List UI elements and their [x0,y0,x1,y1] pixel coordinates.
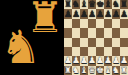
square-h4[interactable] [120,38,128,47]
square-a2[interactable]: ♟ [64,56,72,65]
square-g8[interactable]: ♞ [112,0,120,9]
square-h5[interactable] [120,28,128,37]
square-b1[interactable]: ♞ [72,66,80,75]
square-c8[interactable]: ♝ [80,0,88,9]
square-a3[interactable] [64,47,72,56]
square-d4[interactable] [88,38,96,47]
square-a6[interactable] [64,19,72,28]
square-d2[interactable]: ♟ [88,56,96,65]
piece-black-knight: ♞ [112,0,120,9]
square-e6[interactable] [96,19,104,28]
piece-black-pawn: ♟ [104,10,112,19]
square-f2[interactable]: ♟ [104,56,112,65]
square-g1[interactable]: ♞ [112,66,120,75]
piece-white-rook: ♜ [120,66,128,75]
square-f4[interactable] [104,38,112,47]
square-c1[interactable]: ♝ [80,66,88,75]
square-b8[interactable]: ♞ [72,0,80,9]
piece-white-knight: ♞ [112,66,120,75]
square-d7[interactable]: ♟ [88,9,96,18]
piece-white-pawn: ♟ [88,56,96,65]
square-e2[interactable]: ♟ [96,56,104,65]
square-a8[interactable]: ♜ [64,0,72,9]
piece-white-queen: ♛ [88,66,96,75]
square-e5[interactable] [96,28,104,37]
piece-black-pawn: ♟ [72,10,80,19]
piece-black-pawn: ♟ [112,10,120,19]
logo-knight-icon: ♞ [0,24,41,70]
piece-white-rook: ♜ [64,66,72,75]
piece-white-pawn: ♟ [64,56,72,65]
piece-black-pawn: ♟ [96,10,104,19]
piece-white-pawn: ♟ [80,56,88,65]
piece-white-bishop: ♝ [104,66,112,75]
piece-white-pawn: ♟ [96,56,104,65]
square-f3[interactable] [104,47,112,56]
piece-white-bishop: ♝ [80,66,88,75]
square-g2[interactable]: ♟ [112,56,120,65]
square-e4[interactable] [96,38,104,47]
piece-black-pawn: ♟ [80,10,88,19]
piece-white-knight: ♞ [72,66,80,75]
piece-white-pawn: ♟ [104,56,112,65]
square-f1[interactable]: ♝ [104,66,112,75]
app-banner: ♜ ♞ ♜♞♝♛♚♝♞♜♟♟♟♟♟♟♟♟♟♟♟♟♟♟♟♟♜♞♝♛♚♝♞♜ [0,0,128,75]
square-c2[interactable]: ♟ [80,56,88,65]
square-h2[interactable]: ♟ [120,56,128,65]
square-c4[interactable] [80,38,88,47]
square-b2[interactable]: ♟ [72,56,80,65]
square-c7[interactable]: ♟ [80,9,88,18]
square-a5[interactable] [64,28,72,37]
piece-black-pawn: ♟ [88,10,96,19]
square-h3[interactable] [120,47,128,56]
piece-black-rook: ♜ [64,0,72,9]
square-g7[interactable]: ♟ [112,9,120,18]
square-d8[interactable]: ♛ [88,0,96,9]
piece-black-rook: ♜ [120,0,128,9]
square-c5[interactable] [80,28,88,37]
square-d6[interactable] [88,19,96,28]
square-b3[interactable] [72,47,80,56]
square-b7[interactable]: ♟ [72,9,80,18]
square-c6[interactable] [80,19,88,28]
piece-black-pawn: ♟ [120,10,128,19]
square-h7[interactable]: ♟ [120,9,128,18]
piece-black-bishop: ♝ [104,0,112,9]
square-h8[interactable]: ♜ [120,0,128,9]
square-d3[interactable] [88,47,96,56]
square-d1[interactable]: ♛ [88,66,96,75]
square-d5[interactable] [88,28,96,37]
square-f8[interactable]: ♝ [104,0,112,9]
square-a1[interactable]: ♜ [64,66,72,75]
logo-panel: ♜ ♞ [0,0,64,75]
square-f6[interactable] [104,19,112,28]
square-f5[interactable] [104,28,112,37]
square-a7[interactable]: ♟ [64,9,72,18]
square-e7[interactable]: ♟ [96,9,104,18]
square-b5[interactable] [72,28,80,37]
chess-board[interactable]: ♜♞♝♛♚♝♞♜♟♟♟♟♟♟♟♟♟♟♟♟♟♟♟♟♜♞♝♛♚♝♞♜ [64,0,128,75]
piece-black-queen: ♛ [88,0,96,9]
square-b4[interactable] [72,38,80,47]
square-g6[interactable] [112,19,120,28]
square-h1[interactable]: ♜ [120,66,128,75]
piece-black-knight: ♞ [72,0,80,9]
piece-black-pawn: ♟ [64,10,72,19]
square-g4[interactable] [112,38,120,47]
piece-white-pawn: ♟ [120,56,128,65]
square-h6[interactable] [120,19,128,28]
square-e8[interactable]: ♚ [96,0,104,9]
piece-black-king: ♚ [96,0,104,9]
square-g3[interactable] [112,47,120,56]
square-c3[interactable] [80,47,88,56]
square-a4[interactable] [64,38,72,47]
piece-black-bishop: ♝ [80,0,88,9]
square-g5[interactable] [112,28,120,37]
square-f7[interactable]: ♟ [104,9,112,18]
piece-white-king: ♚ [96,66,104,75]
piece-white-pawn: ♟ [112,56,120,65]
piece-white-pawn: ♟ [72,56,80,65]
square-e1[interactable]: ♚ [96,66,104,75]
square-b6[interactable] [72,19,80,28]
square-e3[interactable] [96,47,104,56]
